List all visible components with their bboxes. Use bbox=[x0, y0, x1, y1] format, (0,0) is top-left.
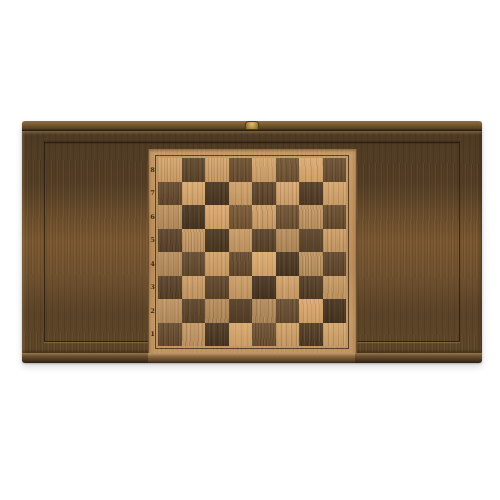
chess-case: 87654321 ABCDEFGH bbox=[22, 121, 482, 363]
square-f1[interactable] bbox=[276, 323, 300, 347]
chess-board-grid bbox=[158, 158, 346, 346]
square-a7[interactable] bbox=[158, 182, 182, 206]
square-a1[interactable] bbox=[158, 323, 182, 347]
square-b3[interactable] bbox=[182, 276, 206, 300]
square-h8[interactable] bbox=[323, 158, 347, 182]
square-c1[interactable] bbox=[205, 323, 229, 347]
square-c2[interactable] bbox=[205, 299, 229, 323]
square-h4[interactable] bbox=[323, 252, 347, 276]
square-d7[interactable] bbox=[229, 182, 253, 206]
square-b4[interactable] bbox=[182, 252, 206, 276]
square-c4[interactable] bbox=[205, 252, 229, 276]
square-f4[interactable] bbox=[276, 252, 300, 276]
square-e7[interactable] bbox=[252, 182, 276, 206]
square-b6[interactable] bbox=[182, 205, 206, 229]
square-c6[interactable] bbox=[205, 205, 229, 229]
square-e4[interactable] bbox=[252, 252, 276, 276]
square-g6[interactable] bbox=[299, 205, 323, 229]
square-e6[interactable] bbox=[252, 205, 276, 229]
square-e8[interactable] bbox=[252, 158, 276, 182]
square-g7[interactable] bbox=[299, 182, 323, 206]
square-f3[interactable] bbox=[276, 276, 300, 300]
square-f7[interactable] bbox=[276, 182, 300, 206]
square-h2[interactable] bbox=[323, 299, 347, 323]
square-e3[interactable] bbox=[252, 276, 276, 300]
brass-latch-icon bbox=[245, 121, 259, 130]
square-c5[interactable] bbox=[205, 229, 229, 253]
square-d8[interactable] bbox=[229, 158, 253, 182]
square-a8[interactable] bbox=[158, 158, 182, 182]
square-h3[interactable] bbox=[323, 276, 347, 300]
square-h5[interactable] bbox=[323, 229, 347, 253]
square-d1[interactable] bbox=[229, 323, 253, 347]
square-d2[interactable] bbox=[229, 299, 253, 323]
square-b8[interactable] bbox=[182, 158, 206, 182]
square-d6[interactable] bbox=[229, 205, 253, 229]
square-a2[interactable] bbox=[158, 299, 182, 323]
square-g1[interactable] bbox=[299, 323, 323, 347]
square-b7[interactable] bbox=[182, 182, 206, 206]
square-a5[interactable] bbox=[158, 229, 182, 253]
panel-front-edge bbox=[148, 353, 355, 363]
square-a6[interactable] bbox=[158, 205, 182, 229]
square-f5[interactable] bbox=[276, 229, 300, 253]
square-d4[interactable] bbox=[229, 252, 253, 276]
square-h6[interactable] bbox=[323, 205, 347, 229]
square-d3[interactable] bbox=[229, 276, 253, 300]
square-c3[interactable] bbox=[205, 276, 229, 300]
square-g5[interactable] bbox=[299, 229, 323, 253]
square-d5[interactable] bbox=[229, 229, 253, 253]
square-e5[interactable] bbox=[252, 229, 276, 253]
square-g3[interactable] bbox=[299, 276, 323, 300]
square-f6[interactable] bbox=[276, 205, 300, 229]
square-e2[interactable] bbox=[252, 299, 276, 323]
square-f8[interactable] bbox=[276, 158, 300, 182]
square-c7[interactable] bbox=[205, 182, 229, 206]
square-g2[interactable] bbox=[299, 299, 323, 323]
square-f2[interactable] bbox=[276, 299, 300, 323]
square-h7[interactable] bbox=[323, 182, 347, 206]
photo-background: 87654321 ABCDEFGH bbox=[0, 0, 500, 500]
square-e1[interactable] bbox=[252, 323, 276, 347]
board-border bbox=[155, 155, 349, 349]
case-front-edge bbox=[22, 353, 482, 363]
chessboard-panel: 87654321 ABCDEFGH bbox=[148, 149, 357, 363]
square-b5[interactable] bbox=[182, 229, 206, 253]
square-a4[interactable] bbox=[158, 252, 182, 276]
square-h1[interactable] bbox=[323, 323, 347, 347]
square-c8[interactable] bbox=[205, 158, 229, 182]
square-a3[interactable] bbox=[158, 276, 182, 300]
case-lid-face: 87654321 ABCDEFGH bbox=[22, 131, 482, 353]
square-g8[interactable] bbox=[299, 158, 323, 182]
square-b1[interactable] bbox=[182, 323, 206, 347]
square-g4[interactable] bbox=[299, 252, 323, 276]
square-b2[interactable] bbox=[182, 299, 206, 323]
